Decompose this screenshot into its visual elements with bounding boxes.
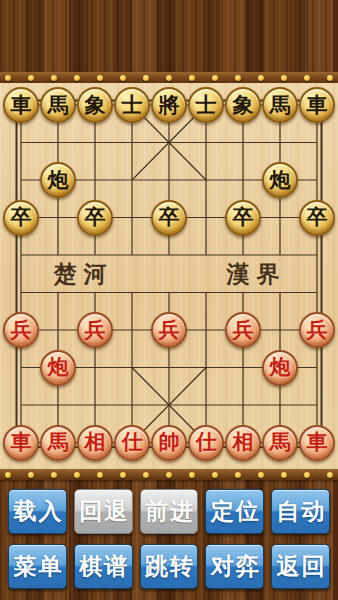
stud-icon (74, 75, 80, 81)
stud-icon (51, 75, 57, 81)
piece-glyph: 將 (159, 95, 180, 116)
piece-glyph: 卒 (307, 207, 328, 228)
piece-red-cannon[interactable]: 炮 (262, 350, 298, 386)
stud-icon (28, 472, 34, 478)
undo-button[interactable]: 回退 (74, 489, 133, 534)
jump-button[interactable]: 跳转 (140, 544, 199, 589)
piece-black-chariot[interactable]: 車 (299, 87, 335, 123)
piece-black-soldier[interactable]: 卒 (225, 200, 261, 236)
app-screen: 楚河 漢界 車馬象士將士象馬車炮炮卒卒卒卒卒兵兵兵兵兵炮炮車馬相仕帥仕相馬車 载… (0, 0, 338, 600)
piece-red-soldier[interactable]: 兵 (225, 312, 261, 348)
piece-glyph: 炮 (48, 170, 69, 191)
piece-glyph: 炮 (270, 357, 291, 378)
top-stud-strip (0, 72, 338, 83)
piece-red-chariot[interactable]: 車 (299, 425, 335, 461)
stud-icon (120, 472, 126, 478)
control-button-panel: 载入回退前进定位自动菜单棋谱跳转对弈返回 (0, 479, 338, 600)
stud-icon (258, 472, 264, 478)
auto-button[interactable]: 自动 (271, 489, 330, 534)
piece-black-soldier[interactable]: 卒 (77, 200, 113, 236)
piece-glyph: 馬 (270, 95, 291, 116)
piece-glyph: 士 (122, 95, 143, 116)
piece-glyph: 象 (85, 95, 106, 116)
piece-glyph: 車 (307, 95, 328, 116)
stud-icon (51, 472, 57, 478)
piece-glyph: 士 (196, 95, 217, 116)
piece-glyph: 帥 (159, 432, 180, 453)
piece-glyph: 卒 (11, 207, 32, 228)
piece-glyph: 相 (233, 432, 254, 453)
stud-icon (120, 75, 126, 81)
load-button[interactable]: 载入 (8, 489, 67, 534)
stud-icon (97, 472, 103, 478)
piece-black-chariot[interactable]: 車 (3, 87, 39, 123)
forward-button[interactable]: 前进 (140, 489, 199, 534)
stud-icon (281, 472, 287, 478)
stud-icon (304, 472, 310, 478)
stud-icon (327, 472, 333, 478)
piece-black-soldier[interactable]: 卒 (3, 200, 39, 236)
piece-glyph: 相 (85, 432, 106, 453)
stud-icon (143, 472, 149, 478)
stud-icon (235, 472, 241, 478)
piece-glyph: 炮 (270, 170, 291, 191)
piece-black-horse[interactable]: 馬 (40, 87, 76, 123)
piece-black-soldier[interactable]: 卒 (151, 200, 187, 236)
piece-glyph: 兵 (85, 320, 106, 341)
piece-red-soldier[interactable]: 兵 (3, 312, 39, 348)
stud-icon (166, 472, 172, 478)
piece-glyph: 仕 (122, 432, 143, 453)
menu-button[interactable]: 菜单 (8, 544, 67, 589)
piece-glyph: 車 (307, 432, 328, 453)
piece-glyph: 車 (11, 95, 32, 116)
piece-glyph: 炮 (48, 357, 69, 378)
stud-icon (281, 75, 287, 81)
piece-glyph: 兵 (159, 320, 180, 341)
piece-glyph: 仕 (196, 432, 217, 453)
piece-red-advisor[interactable]: 仕 (188, 425, 224, 461)
back-button[interactable]: 返回 (271, 544, 330, 589)
piece-black-advisor[interactable]: 士 (188, 87, 224, 123)
piece-glyph: 象 (233, 95, 254, 116)
stud-icon (327, 75, 333, 81)
piece-red-horse[interactable]: 馬 (40, 425, 76, 461)
stud-icon (74, 472, 80, 478)
piece-glyph: 卒 (159, 207, 180, 228)
piece-glyph: 兵 (11, 320, 32, 341)
piece-red-general[interactable]: 帥 (151, 425, 187, 461)
stud-icon (5, 472, 11, 478)
stud-icon (28, 75, 34, 81)
piece-red-soldier[interactable]: 兵 (299, 312, 335, 348)
stud-icon (189, 75, 195, 81)
stud-icon (143, 75, 149, 81)
stud-icon (166, 75, 172, 81)
piece-glyph: 車 (11, 432, 32, 453)
piece-red-horse[interactable]: 馬 (262, 425, 298, 461)
piece-red-chariot[interactable]: 車 (3, 425, 39, 461)
piece-red-advisor[interactable]: 仕 (114, 425, 150, 461)
piece-glyph: 卒 (233, 207, 254, 228)
stud-icon (189, 472, 195, 478)
xiangqi-board[interactable]: 楚河 漢界 車馬象士將士象馬車炮炮卒卒卒卒卒兵兵兵兵兵炮炮車馬相仕帥仕相馬車 (0, 83, 338, 469)
stud-icon (212, 472, 218, 478)
piece-glyph: 卒 (85, 207, 106, 228)
piece-red-soldier[interactable]: 兵 (77, 312, 113, 348)
piece-red-elephant[interactable]: 相 (225, 425, 261, 461)
piece-black-soldier[interactable]: 卒 (299, 200, 335, 236)
piece-layer: 車馬象士將士象馬車炮炮卒卒卒卒卒兵兵兵兵兵炮炮車馬相仕帥仕相馬車 (3, 87, 336, 462)
piece-black-elephant[interactable]: 象 (77, 87, 113, 123)
piece-black-advisor[interactable]: 士 (114, 87, 150, 123)
piece-red-cannon[interactable]: 炮 (40, 350, 76, 386)
piece-glyph: 馬 (270, 432, 291, 453)
stud-icon (258, 75, 264, 81)
moves-button[interactable]: 棋谱 (74, 544, 133, 589)
piece-black-general[interactable]: 將 (151, 87, 187, 123)
piece-black-elephant[interactable]: 象 (225, 87, 261, 123)
stud-icon (97, 75, 103, 81)
piece-black-horse[interactable]: 馬 (262, 87, 298, 123)
stud-icon (235, 75, 241, 81)
piece-glyph: 兵 (233, 320, 254, 341)
piece-red-elephant[interactable]: 相 (77, 425, 113, 461)
locate-button[interactable]: 定位 (205, 489, 264, 534)
piece-glyph: 馬 (48, 432, 69, 453)
stud-icon (304, 75, 310, 81)
play-button[interactable]: 对弈 (205, 544, 264, 589)
piece-black-cannon[interactable]: 炮 (40, 162, 76, 198)
piece-glyph: 兵 (307, 320, 328, 341)
piece-black-cannon[interactable]: 炮 (262, 162, 298, 198)
stud-icon (212, 75, 218, 81)
stud-icon (5, 75, 11, 81)
piece-red-soldier[interactable]: 兵 (151, 312, 187, 348)
piece-glyph: 馬 (48, 95, 69, 116)
